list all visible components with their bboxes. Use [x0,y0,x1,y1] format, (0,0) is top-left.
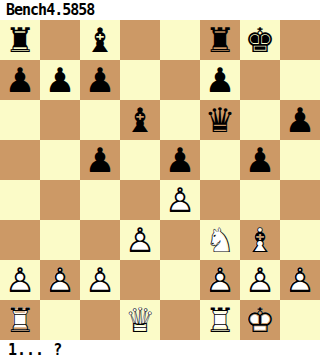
square-a1[interactable]: ♜♖ [0,300,40,340]
white-piece-P: ♙ [200,260,240,300]
square-f1[interactable]: ♜♖ [200,300,240,340]
black-piece-R: ♜ [0,20,40,60]
white-piece-Q: ♕ [120,300,160,340]
black-piece-P: ♟ [160,140,200,180]
square-e6[interactable] [160,100,200,140]
white-piece-P-fill: ♟ [200,260,240,300]
square-g4[interactable] [240,180,280,220]
white-piece-P-fill: ♟ [160,180,200,220]
square-d4[interactable] [120,180,160,220]
square-d2[interactable] [120,260,160,300]
move-prompt: 1... ? [8,340,62,360]
square-b7[interactable]: ♟ [40,60,80,100]
square-f6[interactable]: ♛ [200,100,240,140]
square-e1[interactable] [160,300,200,340]
white-piece-R: ♖ [200,300,240,340]
white-piece-P: ♙ [120,220,160,260]
square-f3[interactable]: ♞♘ [200,220,240,260]
black-piece-K: ♚ [240,20,280,60]
white-piece-K: ♔ [240,300,280,340]
white-piece-K-fill: ♚ [240,300,280,340]
black-piece-P: ♟ [280,100,320,140]
square-b6[interactable] [40,100,80,140]
square-b8[interactable] [40,20,80,60]
white-piece-P-fill: ♟ [280,260,320,300]
square-a2[interactable]: ♟♙ [0,260,40,300]
square-b2[interactable]: ♟♙ [40,260,80,300]
black-piece-P: ♟ [240,140,280,180]
square-c5[interactable]: ♟ [80,140,120,180]
square-c1[interactable] [80,300,120,340]
white-piece-R-fill: ♜ [200,300,240,340]
black-piece-P: ♟ [200,60,240,100]
square-f8[interactable]: ♜ [200,20,240,60]
chess-app-window: Bench4.5858 ♜♝♜♚♟♟♟♟♝♛♟♟♟♟♟♙♟♙♞♘♝♗♟♙♟♙♟♙… [0,0,320,360]
chess-board: ♜♝♜♚♟♟♟♟♝♛♟♟♟♟♟♙♟♙♞♘♝♗♟♙♟♙♟♙♟♙♟♙♟♙♜♖♛♕♜♖… [0,20,320,340]
square-e3[interactable] [160,220,200,260]
black-piece-P: ♟ [0,60,40,100]
square-b4[interactable] [40,180,80,220]
square-b1[interactable] [40,300,80,340]
square-c6[interactable] [80,100,120,140]
square-h2[interactable]: ♟♙ [280,260,320,300]
white-piece-P: ♙ [160,180,200,220]
white-piece-R: ♖ [0,300,40,340]
square-a5[interactable] [0,140,40,180]
square-h4[interactable] [280,180,320,220]
white-piece-N-fill: ♞ [200,220,240,260]
square-h3[interactable] [280,220,320,260]
white-piece-P-fill: ♟ [240,260,280,300]
black-piece-Q: ♛ [200,100,240,140]
footer-bar: 1... ? [0,340,320,360]
white-piece-P-fill: ♟ [80,260,120,300]
square-d3[interactable]: ♟♙ [120,220,160,260]
square-e5[interactable]: ♟ [160,140,200,180]
square-a6[interactable] [0,100,40,140]
square-f5[interactable] [200,140,240,180]
square-f2[interactable]: ♟♙ [200,260,240,300]
square-g6[interactable] [240,100,280,140]
square-h6[interactable]: ♟ [280,100,320,140]
black-piece-B: ♝ [80,20,120,60]
white-piece-B-fill: ♝ [240,220,280,260]
square-d6[interactable]: ♝ [120,100,160,140]
white-piece-R-fill: ♜ [0,300,40,340]
white-piece-P-fill: ♟ [0,260,40,300]
square-h7[interactable] [280,60,320,100]
white-piece-P-fill: ♟ [40,260,80,300]
square-e8[interactable] [160,20,200,60]
header-bar: Bench4.5858 [0,0,320,20]
page-title: Bench4.5858 [6,0,94,20]
square-d1[interactable]: ♛♕ [120,300,160,340]
black-piece-P: ♟ [40,60,80,100]
square-c7[interactable]: ♟ [80,60,120,100]
square-e7[interactable] [160,60,200,100]
square-g5[interactable]: ♟ [240,140,280,180]
white-piece-P: ♙ [0,260,40,300]
square-g2[interactable]: ♟♙ [240,260,280,300]
white-piece-Q-fill: ♛ [120,300,160,340]
white-piece-P: ♙ [240,260,280,300]
square-f4[interactable] [200,180,240,220]
square-h8[interactable] [280,20,320,60]
white-piece-P: ♙ [40,260,80,300]
square-a8[interactable]: ♜ [0,20,40,60]
square-c3[interactable] [80,220,120,260]
square-f7[interactable]: ♟ [200,60,240,100]
square-d8[interactable] [120,20,160,60]
square-h5[interactable] [280,140,320,180]
square-g3[interactable]: ♝♗ [240,220,280,260]
square-c4[interactable] [80,180,120,220]
square-a7[interactable]: ♟ [0,60,40,100]
square-e4[interactable]: ♟♙ [160,180,200,220]
square-g1[interactable]: ♚♔ [240,300,280,340]
square-a3[interactable] [0,220,40,260]
square-e2[interactable] [160,260,200,300]
white-piece-P: ♙ [280,260,320,300]
black-piece-B: ♝ [120,100,160,140]
square-d7[interactable] [120,60,160,100]
square-b5[interactable] [40,140,80,180]
square-g7[interactable] [240,60,280,100]
square-h1[interactable] [280,300,320,340]
square-d5[interactable] [120,140,160,180]
white-piece-P: ♙ [80,260,120,300]
square-b3[interactable] [40,220,80,260]
black-piece-P: ♟ [80,60,120,100]
square-g8[interactable]: ♚ [240,20,280,60]
white-piece-N: ♘ [200,220,240,260]
square-a4[interactable] [0,180,40,220]
white-piece-P-fill: ♟ [120,220,160,260]
white-piece-B: ♗ [240,220,280,260]
black-piece-R: ♜ [200,20,240,60]
square-c8[interactable]: ♝ [80,20,120,60]
black-piece-P: ♟ [80,140,120,180]
square-c2[interactable]: ♟♙ [80,260,120,300]
